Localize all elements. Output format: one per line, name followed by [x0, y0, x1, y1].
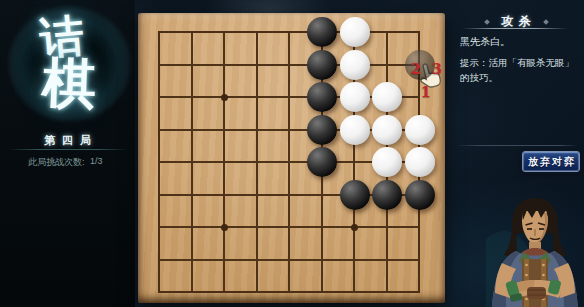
black-stone [340, 180, 370, 210]
white-stone [405, 147, 435, 177]
diamond-ornament-icon [484, 19, 490, 25]
white-stone [405, 115, 435, 145]
white-stone [340, 50, 370, 80]
board-intersections[interactable] [143, 16, 436, 307]
sidebar: 诘 棋 第四局 此局挑战次数: 1/3 [0, 0, 135, 307]
white-stone [340, 115, 370, 145]
mode-title-char-2: 棋 [41, 47, 98, 122]
black-stone [307, 17, 337, 47]
info-panel: 攻杀 黑先杀白。 提示：活用「有眼杀无眼」的技巧。 放弃对弈 [448, 0, 584, 307]
black-stone [307, 50, 337, 80]
white-stone [340, 82, 370, 112]
white-stone [372, 115, 402, 145]
star-point [351, 224, 358, 231]
sidebar-divider [8, 149, 128, 150]
hint-text: 提示：活用「有眼杀无眼」的技巧。 [460, 55, 581, 85]
objective-text: 黑先杀白。 [460, 34, 580, 49]
black-stone [405, 180, 435, 210]
stage-label: 第四局 [0, 133, 135, 148]
star-point [221, 224, 228, 231]
black-stone [372, 180, 402, 210]
attempts-label: 此局挑战次数: [28, 156, 85, 169]
star-point [221, 94, 228, 101]
black-stone [307, 82, 337, 112]
white-stone [340, 17, 370, 47]
black-stone [307, 115, 337, 145]
game-screen: 诘 棋 第四局 此局挑战次数: 1/3 123 攻杀 黑先杀白。 提示：活用「有… [0, 0, 584, 307]
panel-divider [456, 145, 578, 146]
diamond-ornament-icon [543, 19, 549, 25]
title-underline [462, 28, 568, 29]
resign-button[interactable]: 放弃对弈 [522, 151, 580, 172]
black-stone [307, 147, 337, 177]
go-board[interactable]: 123 [138, 13, 445, 303]
white-stone [372, 147, 402, 177]
attempts-value: 1/3 [90, 156, 103, 166]
white-stone [372, 82, 402, 112]
character-portrait [486, 195, 584, 307]
